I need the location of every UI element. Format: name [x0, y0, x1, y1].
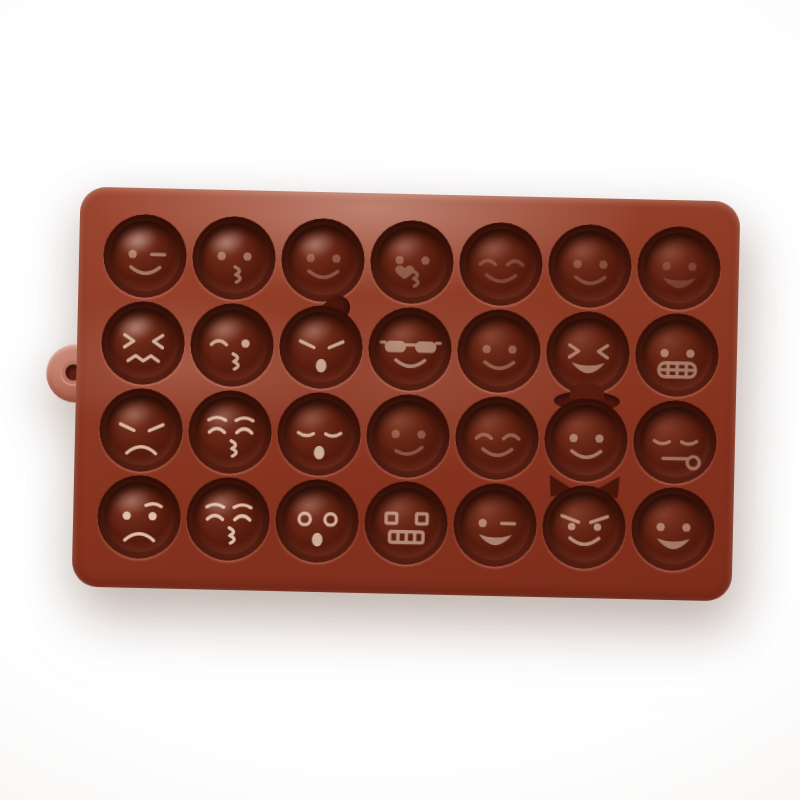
kissing-face-with-smiling-eyes-icon	[192, 396, 270, 474]
cowboy-hat-face-icon	[547, 404, 625, 482]
cavity-well	[370, 219, 455, 304]
mold-cavity-r4c2	[185, 476, 272, 561]
kissing-face-icon	[196, 222, 274, 300]
cavity-well	[636, 225, 721, 310]
cavity-well	[543, 397, 628, 482]
mold-cavity-r4c3	[274, 478, 361, 563]
cavity-well	[452, 482, 537, 567]
mold-body	[72, 187, 741, 602]
cavity-well	[97, 474, 182, 559]
slightly-smiling-face-icon	[285, 224, 363, 302]
mold-cavity-r2c3	[278, 304, 365, 389]
smiling-face-with-sunglasses-icon	[372, 313, 450, 391]
cavity-well	[279, 304, 364, 389]
winking-smile-face-icon	[456, 489, 534, 567]
frowning-face-icon	[101, 481, 179, 559]
grimacing-face-icon	[638, 319, 716, 397]
cavity-well	[101, 300, 186, 385]
mold-cavity-r2c7	[633, 312, 720, 397]
kissing-face-with-closed-eyes-icon	[190, 483, 268, 561]
cavity-well	[634, 312, 719, 397]
mold-cavity-r3c4	[365, 393, 452, 478]
mold-cavity-r4c1	[96, 474, 183, 559]
angry-face-with-horns-icon	[545, 491, 623, 569]
mold-cavity-r1c5	[457, 221, 544, 306]
cavity-well	[458, 221, 543, 306]
mold-cavity-r2c4	[367, 306, 454, 391]
confounded-face-icon	[105, 307, 183, 385]
mold-cavity-r1c1	[102, 213, 189, 298]
cavity-well	[99, 387, 184, 472]
mold-cavity-r3c3	[276, 391, 363, 476]
cavity-well	[632, 399, 717, 484]
grinning-face-with-big-eyes-icon	[634, 493, 712, 571]
mold-cavity-r3c5	[454, 395, 541, 480]
cavity-well	[541, 484, 626, 569]
cavity-well	[454, 395, 539, 480]
smiling-face-icon	[460, 315, 538, 393]
disappointed-face-icon	[103, 394, 181, 472]
chocolate-mold	[72, 187, 741, 602]
smirking-face-icon	[370, 400, 448, 478]
smiling-face-icon	[462, 228, 540, 306]
mold-cavity-r1c7	[635, 225, 722, 310]
face-blowing-a-kiss-heart-icon	[374, 226, 452, 304]
robot-face-icon	[368, 487, 446, 565]
mold-cavity-r1c3	[280, 217, 367, 302]
cavity-well	[192, 215, 277, 300]
mold-cavity-r4c5	[452, 482, 539, 567]
cavity-well	[103, 213, 188, 298]
winking-kiss-face-icon	[194, 309, 272, 387]
cavity-well	[547, 223, 632, 308]
anguished-face-icon	[279, 485, 357, 563]
sleeping-face-icon	[636, 406, 714, 484]
sad-but-relieved-face-sweat-drop-icon	[283, 311, 361, 389]
cavity-well	[366, 393, 451, 478]
mold-cavity-r3c1	[98, 387, 185, 472]
cavity-grid	[96, 213, 722, 571]
mold-cavity-r1c4	[369, 219, 456, 304]
mold-cavity-r4c7	[629, 486, 716, 571]
smiling-face-with-smiling-eyes-icon	[551, 230, 629, 308]
mold-cavity-r3c6	[542, 397, 629, 482]
cavity-well	[456, 308, 541, 393]
cavity-well	[368, 306, 453, 391]
winking-face-icon	[107, 220, 185, 298]
mold-cavity-r3c7	[631, 399, 718, 484]
cavity-well	[281, 217, 366, 302]
mold-cavity-r4c6	[540, 484, 627, 569]
cavity-well	[275, 478, 360, 563]
grinning-face-icon	[640, 232, 718, 310]
cavity-well	[630, 486, 715, 571]
cavity-well	[364, 480, 449, 565]
mold-cavity-r1c2	[191, 215, 278, 300]
cavity-well	[190, 302, 275, 387]
mold-cavity-r3c2	[187, 389, 274, 474]
weary-face-icon	[281, 398, 359, 476]
cavity-well	[277, 391, 362, 476]
smiling-face-happy-eyes-icon	[458, 402, 536, 480]
cavity-well	[188, 389, 273, 474]
mold-cavity-r4c4	[363, 480, 450, 565]
cavity-well	[186, 476, 271, 561]
mold-cavity-r2c1	[100, 300, 187, 385]
mold-cavity-r2c5	[455, 308, 542, 393]
mold-cavity-r2c2	[189, 302, 276, 387]
mold-cavity-r1c6	[546, 223, 633, 308]
